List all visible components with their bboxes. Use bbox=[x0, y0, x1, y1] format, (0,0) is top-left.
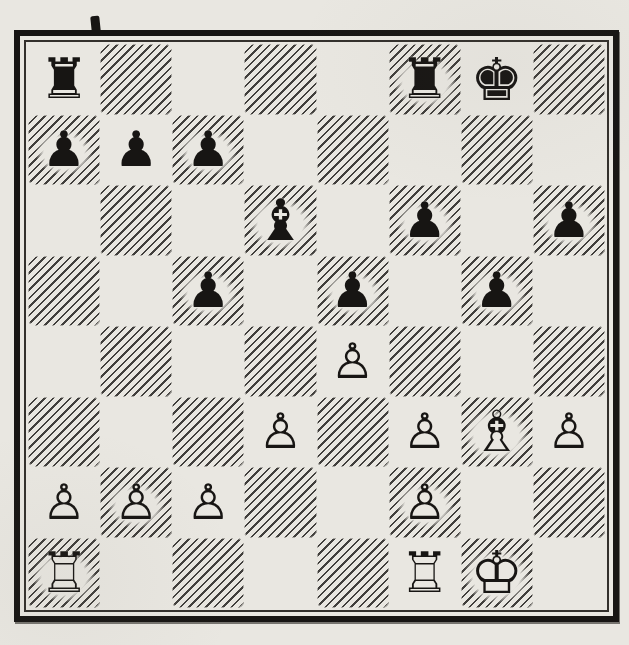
square-e3 bbox=[317, 397, 389, 468]
piece-white-pawn-c2: ♙ bbox=[179, 476, 237, 529]
piece-white-king-g1: ♔ bbox=[463, 541, 530, 604]
square-g2 bbox=[461, 467, 533, 538]
square-a1: ♖ bbox=[28, 538, 100, 609]
square-f3: ♙ bbox=[389, 397, 461, 468]
square-g6 bbox=[461, 185, 533, 256]
piece-white-pawn-a2: ♙ bbox=[35, 476, 93, 529]
piece-black-pawn-g5: ♟ bbox=[468, 264, 526, 317]
piece-white-pawn-b2: ♙ bbox=[107, 476, 165, 529]
piece-black-pawn-h6: ♟ bbox=[540, 194, 598, 247]
square-g7 bbox=[461, 115, 533, 186]
square-h5 bbox=[533, 256, 605, 327]
square-g4 bbox=[461, 326, 533, 397]
square-e5: ♟ bbox=[317, 256, 389, 327]
square-c1 bbox=[172, 538, 244, 609]
square-h7 bbox=[533, 115, 605, 186]
square-a7: ♟ bbox=[28, 115, 100, 186]
square-g8: ♚ bbox=[461, 44, 533, 115]
square-e2 bbox=[317, 467, 389, 538]
piece-black-pawn-c7: ♟ bbox=[179, 123, 237, 176]
chessboard-inner-border: ♜♜♚♟♟♟♝♟♟♟♟♟♙♙♙♗♙♙♙♙♙♖♖♔ bbox=[24, 40, 609, 612]
square-h8 bbox=[533, 44, 605, 115]
square-h6: ♟ bbox=[533, 185, 605, 256]
piece-white-pawn-f2: ♙ bbox=[396, 476, 454, 529]
square-d1 bbox=[244, 538, 316, 609]
square-f7 bbox=[389, 115, 461, 186]
piece-black-pawn-b7: ♟ bbox=[107, 123, 165, 176]
square-d8 bbox=[244, 44, 316, 115]
square-b6 bbox=[100, 185, 172, 256]
book-page: ♜♜♚♟♟♟♝♟♟♟♟♟♙♙♙♗♙♙♙♙♙♖♖♔ bbox=[0, 0, 629, 645]
square-f6: ♟ bbox=[389, 185, 461, 256]
square-a5 bbox=[28, 256, 100, 327]
square-h1 bbox=[533, 538, 605, 609]
piece-white-pawn-h3: ♙ bbox=[540, 405, 598, 458]
square-e4: ♙ bbox=[317, 326, 389, 397]
piece-white-pawn-e4: ♙ bbox=[324, 335, 382, 388]
piece-white-pawn-f3: ♙ bbox=[396, 405, 454, 458]
square-a4 bbox=[28, 326, 100, 397]
square-f2: ♙ bbox=[389, 467, 461, 538]
square-b4 bbox=[100, 326, 172, 397]
square-e7 bbox=[317, 115, 389, 186]
piece-black-king-g8: ♚ bbox=[463, 48, 530, 111]
square-h3: ♙ bbox=[533, 397, 605, 468]
square-c5: ♟ bbox=[172, 256, 244, 327]
square-a2: ♙ bbox=[28, 467, 100, 538]
square-b2: ♙ bbox=[100, 467, 172, 538]
square-b3 bbox=[100, 397, 172, 468]
piece-black-pawn-c5: ♟ bbox=[179, 264, 237, 317]
square-c8 bbox=[172, 44, 244, 115]
square-a6 bbox=[28, 185, 100, 256]
piece-black-rook-f8: ♜ bbox=[393, 49, 457, 109]
square-c2: ♙ bbox=[172, 467, 244, 538]
square-e6 bbox=[317, 185, 389, 256]
square-f8: ♜ bbox=[389, 44, 461, 115]
square-b1 bbox=[100, 538, 172, 609]
square-h4 bbox=[533, 326, 605, 397]
square-g1: ♔ bbox=[461, 538, 533, 609]
square-f4 bbox=[389, 326, 461, 397]
piece-white-pawn-d3: ♙ bbox=[251, 405, 309, 458]
square-c3 bbox=[172, 397, 244, 468]
piece-black-pawn-e5: ♟ bbox=[324, 264, 382, 317]
piece-white-rook-f1: ♖ bbox=[393, 543, 457, 603]
chessboard: ♜♜♚♟♟♟♝♟♟♟♟♟♙♙♙♗♙♙♙♙♙♖♖♔ bbox=[28, 44, 605, 608]
square-f5 bbox=[389, 256, 461, 327]
square-a3 bbox=[28, 397, 100, 468]
square-b8 bbox=[100, 44, 172, 115]
square-c7: ♟ bbox=[172, 115, 244, 186]
piece-white-bishop-g3: ♗ bbox=[464, 401, 529, 462]
square-d6: ♝ bbox=[244, 185, 316, 256]
square-e1 bbox=[317, 538, 389, 609]
square-d3: ♙ bbox=[244, 397, 316, 468]
square-d5 bbox=[244, 256, 316, 327]
square-g3: ♗ bbox=[461, 397, 533, 468]
piece-black-pawn-a7: ♟ bbox=[35, 123, 93, 176]
piece-black-pawn-f6: ♟ bbox=[396, 194, 454, 247]
square-b5 bbox=[100, 256, 172, 327]
chessboard-frame: ♜♜♚♟♟♟♝♟♟♟♟♟♙♙♙♗♙♙♙♙♙♖♖♔ bbox=[14, 30, 619, 622]
square-d7 bbox=[244, 115, 316, 186]
square-h2 bbox=[533, 467, 605, 538]
square-e8 bbox=[317, 44, 389, 115]
square-d2 bbox=[244, 467, 316, 538]
square-d4 bbox=[244, 326, 316, 397]
square-g5: ♟ bbox=[461, 256, 533, 327]
piece-black-rook-a8: ♜ bbox=[32, 49, 96, 109]
square-a8: ♜ bbox=[28, 44, 100, 115]
square-f1: ♖ bbox=[389, 538, 461, 609]
square-c4 bbox=[172, 326, 244, 397]
square-b7: ♟ bbox=[100, 115, 172, 186]
piece-white-rook-a1: ♖ bbox=[32, 543, 96, 603]
square-c6 bbox=[172, 185, 244, 256]
piece-black-bishop-d6: ♝ bbox=[248, 190, 313, 251]
